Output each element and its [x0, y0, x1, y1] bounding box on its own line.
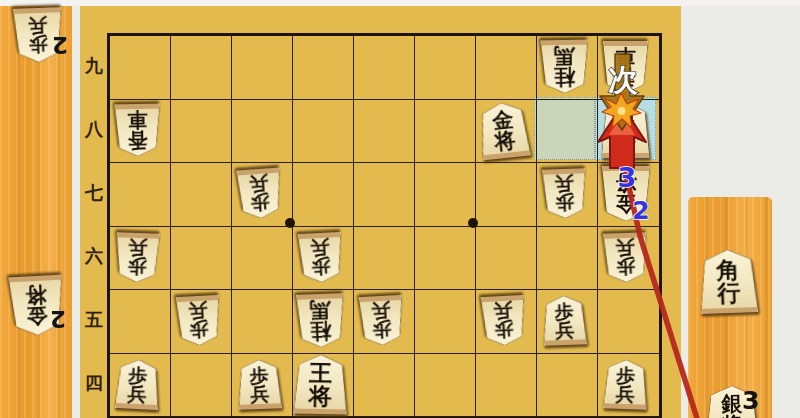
square-39[interactable] [232, 36, 293, 100]
rank-label-9: 九 [82, 54, 106, 78]
piece-kanji: 歩 [189, 320, 209, 340]
top-strip [0, 0, 800, 6]
hand-count: 2 [52, 32, 68, 58]
square-59[interactable] [354, 36, 415, 100]
piece-sente-pawn-25[interactable]: 歩兵 [176, 295, 222, 346]
piece-kanji: 兵 [28, 16, 48, 36]
piece-sente-pawn-46[interactable]: 歩兵 [298, 232, 344, 283]
square-29[interactable] [171, 36, 232, 100]
square-17[interactable] [110, 163, 171, 227]
square-15[interactable] [110, 290, 171, 354]
square-58[interactable] [354, 100, 415, 164]
piece-sente-knight-45[interactable]: 桂馬 [296, 293, 345, 348]
piece-kanji: 兵 [249, 174, 269, 194]
piece-sente-pawn-16[interactable]: 歩兵 [115, 232, 160, 282]
square-19[interactable] [110, 36, 171, 100]
piece-gote-pawn-14[interactable]: 歩兵 [115, 359, 161, 410]
piece-kanji: 将 [615, 130, 636, 151]
piece-kanji: 行 [717, 281, 741, 305]
piece-kanji: 兵 [127, 384, 147, 404]
piece-kanji: 歩 [554, 301, 574, 321]
hand-count: 3 [742, 386, 759, 415]
piece-kanji: 馬 [309, 299, 331, 321]
piece-sente-pawn-37[interactable]: 歩兵 [236, 168, 282, 220]
piece-kanji: 歩 [250, 193, 270, 213]
piece-gote-pawn-34[interactable]: 歩兵 [237, 359, 282, 409]
square-79[interactable] [476, 36, 537, 100]
square-49[interactable] [293, 36, 354, 100]
hoshi-dot [285, 218, 295, 228]
square-67[interactable] [415, 163, 476, 227]
square-86[interactable] [537, 227, 598, 291]
piece-kanji: 銀 [615, 109, 636, 130]
square-28[interactable] [171, 100, 232, 164]
piece-kanji: 兵 [371, 301, 391, 321]
square-68[interactable] [415, 100, 476, 164]
piece-kanji: 将 [615, 173, 636, 194]
piece-sente-pawn-87[interactable]: 歩兵 [542, 169, 587, 219]
square-88[interactable] [537, 100, 598, 164]
piece-kanji: 兵 [310, 238, 330, 258]
piece-kanji: 兵 [554, 174, 574, 194]
piece-kanji: 兵 [250, 384, 270, 404]
piece-kanji: 兵 [555, 320, 575, 340]
square-84[interactable] [537, 354, 598, 418]
square-95[interactable] [598, 290, 659, 354]
square-47[interactable] [293, 163, 354, 227]
square-27[interactable] [171, 163, 232, 227]
piece-kanji: 歩 [616, 257, 636, 277]
hand-piece-gote-bishop[interactable]: 角行 [699, 249, 758, 314]
square-56[interactable] [354, 227, 415, 291]
square-64[interactable] [415, 354, 476, 418]
square-36[interactable] [232, 227, 293, 291]
piece-kanji: 歩 [616, 365, 636, 385]
square-65[interactable] [415, 290, 476, 354]
rank-label-5: 五 [82, 308, 106, 332]
piece-kanji: 兵 [615, 384, 635, 404]
left-hand-stand [0, 6, 72, 418]
hoshi-dot [468, 218, 478, 228]
square-66[interactable] [415, 227, 476, 291]
piece-gote-gold-78[interactable]: 金将 [477, 100, 530, 160]
piece-kanji: 兵 [188, 301, 208, 321]
piece-kanji: 銀 [722, 394, 743, 415]
piece-kanji: 桂 [310, 320, 332, 342]
square-48[interactable] [293, 100, 354, 164]
piece-sente-knight-89[interactable]: 桂馬 [541, 40, 589, 94]
piece-kanji: 馬 [554, 46, 575, 67]
piece-kanji: 桂 [554, 67, 575, 88]
piece-sente-pawn-55[interactable]: 歩兵 [359, 295, 405, 346]
piece-kanji: 香 [128, 130, 148, 150]
piece-kanji: 歩 [555, 193, 575, 213]
piece-kanji: 歩 [29, 35, 49, 55]
square-76[interactable] [476, 227, 537, 291]
square-26[interactable] [171, 227, 232, 291]
piece-kanji: 兵 [615, 238, 635, 258]
piece-kanji: 香 [616, 67, 636, 87]
piece-kanji: 兵 [128, 238, 148, 258]
piece-kanji: 歩 [311, 257, 331, 277]
piece-kanji: 将 [493, 129, 516, 152]
piece-kanji: 歩 [372, 320, 392, 340]
piece-sente-lance-99[interactable]: 香車 [603, 41, 648, 93]
piece-gote-silver-98[interactable]: 銀将 [602, 103, 650, 158]
rank-label-8: 八 [82, 117, 106, 141]
hand-count: 2 [50, 306, 66, 332]
rank-label-4: 四 [82, 371, 106, 395]
piece-kanji: 将 [309, 384, 332, 407]
piece-kanji: 王 [309, 361, 332, 384]
piece-sente-pawn-75[interactable]: 歩兵 [481, 295, 527, 346]
piece-kanji: 金 [615, 194, 636, 215]
piece-sente-pawn-96[interactable]: 歩兵 [603, 232, 648, 282]
rank-label-6: 六 [82, 244, 106, 268]
square-74[interactable] [476, 354, 537, 418]
square-24[interactable] [171, 354, 232, 418]
rank-label-7: 七 [82, 181, 106, 205]
square-77[interactable] [476, 163, 537, 227]
piece-kanji: 兵 [493, 301, 513, 321]
piece-gote-pawn-85[interactable]: 歩兵 [542, 296, 587, 346]
piece-gote-king-44[interactable]: 王将 [293, 354, 347, 414]
shogi-app-screenshot: 九八七六五四 香車桂馬香車金将歩兵歩兵歩兵歩兵歩兵歩兵歩兵桂馬歩兵銀将金将歩兵歩… [0, 0, 800, 418]
piece-kanji: 歩 [249, 365, 269, 385]
piece-kanji: 歩 [128, 365, 148, 385]
piece-kanji: 車 [616, 47, 636, 67]
piece-kanji: 車 [127, 110, 147, 130]
piece-sente-gold-97[interactable]: 金将 [602, 166, 650, 221]
square-69[interactable] [415, 36, 476, 100]
square-38[interactable] [232, 100, 293, 164]
piece-kanji: 歩 [494, 320, 514, 340]
piece-kanji: 金 [26, 305, 48, 327]
square-35[interactable] [232, 290, 293, 354]
piece-kanji: 将 [25, 284, 47, 306]
piece-kanji: 歩 [127, 257, 147, 277]
piece-gote-pawn-94[interactable]: 歩兵 [603, 359, 648, 409]
square-57[interactable] [354, 163, 415, 227]
square-54[interactable] [354, 354, 415, 418]
piece-kanji: 角 [716, 258, 740, 282]
piece-sente-lance-18[interactable]: 香車 [115, 104, 161, 157]
